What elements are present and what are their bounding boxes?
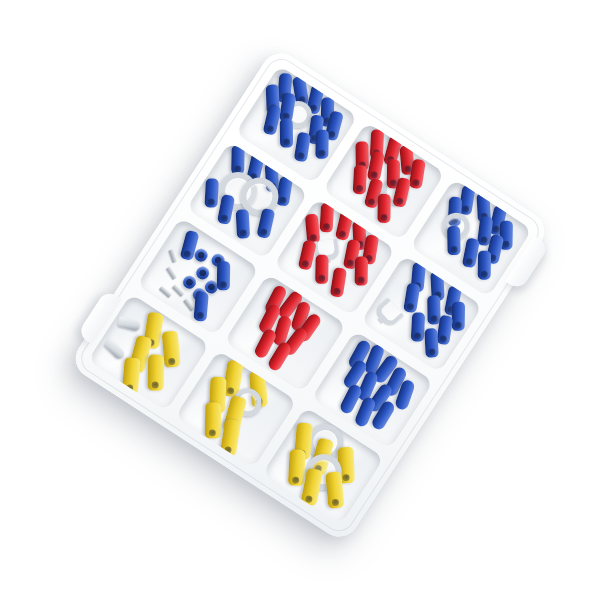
metal-tabm-terminal-piece [183,298,195,311]
sleeve-terminal-piece [452,302,466,331]
metal-tabm-terminal-piece [172,284,185,297]
sleeve-terminal-piece [320,203,334,233]
sleeve-terminal-piece [427,295,441,324]
sleeve-terminal-piece [298,239,317,270]
sleeve-terminal-piece [411,312,425,342]
metal-tabm-terminal-piece [166,266,177,280]
sleeve-terminal-piece [478,251,492,280]
sleeve-terminal-piece [205,178,219,208]
sleeve-terminal-piece [355,256,369,285]
sleeve-terminal-piece [378,194,392,223]
terminal-tray [68,46,552,544]
sleeve-terminal-piece [217,194,235,225]
sleeve-terminal-piece [161,331,180,368]
sleeve-terminal-piece [447,225,461,254]
metal-spade-terminal-piece [117,316,141,331]
metal-tabm-terminal-piece [159,286,172,298]
metal-tabm-terminal-piece [169,249,178,263]
sleeve-terminal-piece [236,210,250,240]
sleeve-terminal-piece [461,237,479,268]
product-photo [0,0,600,600]
sleeve-terminal-piece [403,282,420,313]
sleeve-terminal-piece [325,471,344,508]
sleeve-terminal-piece [293,132,310,163]
sleeve-terminal-piece [288,449,306,486]
sleeve-terminal-piece [334,210,353,241]
tray-grid [88,65,533,525]
metal-spade-terminal-piece [104,338,127,361]
sleeve-terminal-piece [315,255,329,284]
sleeve-terminal-piece [276,176,293,207]
sleeve-terminal-piece [280,119,294,148]
sleeve-terminal-piece [330,267,347,298]
sleeve-terminal-piece [425,328,439,358]
sleeve-terminal-piece [315,130,329,159]
sleeve-terminal-piece [231,145,245,174]
sleeve-terminal-piece [353,165,367,195]
sleeve-terminal-piece [193,292,208,322]
sleeve-terminal-piece [409,159,426,190]
sleeve-terminal-piece [217,261,231,290]
sleeve-terminal-piece [122,357,141,394]
sleeve-terminal-piece [204,402,221,438]
sleeve-terminal-piece [148,354,165,390]
metal-fork-terminal-piece [373,298,403,329]
